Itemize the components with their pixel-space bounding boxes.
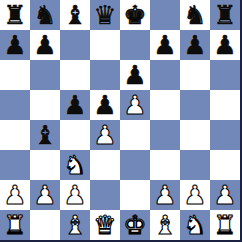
- square-b3[interactable]: [30, 150, 60, 180]
- piece-white-bishop[interactable]: ♝: [153, 210, 176, 240]
- square-d7[interactable]: [90, 30, 120, 60]
- piece-black-king[interactable]: ♚: [123, 0, 146, 30]
- square-e5[interactable]: ♟: [120, 90, 150, 120]
- square-c3[interactable]: ♞: [60, 150, 90, 180]
- piece-white-rook[interactable]: ♜: [213, 210, 236, 240]
- square-e4[interactable]: [120, 120, 150, 150]
- square-a3[interactable]: [0, 150, 30, 180]
- square-a8[interactable]: ♜: [0, 0, 30, 30]
- piece-white-pawn[interactable]: ♟: [33, 180, 56, 210]
- square-d4[interactable]: ♟: [90, 120, 120, 150]
- square-d2[interactable]: [90, 180, 120, 210]
- chess-board[interactable]: ♜♞♝♛♚♞♜♟♟♟♟♟♟♟♟♟♝♟♞♟♟♟♟♟♟♜♝♛♚♝♞♜: [0, 0, 242, 242]
- square-f1[interactable]: ♝: [150, 210, 180, 240]
- square-d3[interactable]: [90, 150, 120, 180]
- piece-black-rook[interactable]: ♜: [3, 0, 26, 30]
- piece-white-queen[interactable]: ♛: [93, 210, 116, 240]
- square-a1[interactable]: ♜: [0, 210, 30, 240]
- piece-black-knight[interactable]: ♞: [183, 0, 206, 30]
- square-d5[interactable]: ♟: [90, 90, 120, 120]
- square-f8[interactable]: [150, 0, 180, 30]
- piece-white-knight[interactable]: ♞: [63, 150, 86, 180]
- piece-white-pawn[interactable]: ♟: [63, 180, 86, 210]
- square-e3[interactable]: [120, 150, 150, 180]
- square-b8[interactable]: ♞: [30, 0, 60, 30]
- piece-white-knight[interactable]: ♞: [183, 210, 206, 240]
- piece-black-queen[interactable]: ♛: [93, 0, 116, 30]
- square-g4[interactable]: [180, 120, 210, 150]
- square-f3[interactable]: [150, 150, 180, 180]
- square-g8[interactable]: ♞: [180, 0, 210, 30]
- square-f7[interactable]: ♟: [150, 30, 180, 60]
- square-c2[interactable]: ♟: [60, 180, 90, 210]
- square-b2[interactable]: ♟: [30, 180, 60, 210]
- square-g6[interactable]: [180, 60, 210, 90]
- piece-white-pawn[interactable]: ♟: [93, 120, 116, 150]
- square-c8[interactable]: ♝: [60, 0, 90, 30]
- piece-white-rook[interactable]: ♜: [3, 210, 26, 240]
- square-h5[interactable]: [210, 90, 240, 120]
- square-h6[interactable]: [210, 60, 240, 90]
- piece-white-pawn[interactable]: ♟: [213, 180, 236, 210]
- square-a7[interactable]: ♟: [0, 30, 30, 60]
- square-b4[interactable]: ♝: [30, 120, 60, 150]
- square-h4[interactable]: [210, 120, 240, 150]
- square-g7[interactable]: ♟: [180, 30, 210, 60]
- square-h1[interactable]: ♜: [210, 210, 240, 240]
- square-g1[interactable]: ♞: [180, 210, 210, 240]
- square-b1[interactable]: [30, 210, 60, 240]
- square-c5[interactable]: ♟: [60, 90, 90, 120]
- square-g2[interactable]: ♟: [180, 180, 210, 210]
- piece-black-pawn[interactable]: ♟: [33, 30, 56, 60]
- square-a4[interactable]: [0, 120, 30, 150]
- square-b7[interactable]: ♟: [30, 30, 60, 60]
- square-f6[interactable]: [150, 60, 180, 90]
- square-d8[interactable]: ♛: [90, 0, 120, 30]
- piece-black-knight[interactable]: ♞: [33, 0, 56, 30]
- square-e7[interactable]: [120, 30, 150, 60]
- square-c6[interactable]: [60, 60, 90, 90]
- square-c4[interactable]: [60, 120, 90, 150]
- square-f5[interactable]: [150, 90, 180, 120]
- piece-black-pawn[interactable]: ♟: [123, 60, 146, 90]
- square-a2[interactable]: ♟: [0, 180, 30, 210]
- piece-white-pawn[interactable]: ♟: [3, 180, 26, 210]
- piece-black-pawn[interactable]: ♟: [63, 90, 86, 120]
- square-b5[interactable]: [30, 90, 60, 120]
- square-e8[interactable]: ♚: [120, 0, 150, 30]
- square-e1[interactable]: ♚: [120, 210, 150, 240]
- square-c1[interactable]: ♝: [60, 210, 90, 240]
- piece-black-bishop[interactable]: ♝: [63, 0, 86, 30]
- square-b6[interactable]: [30, 60, 60, 90]
- square-g3[interactable]: [180, 150, 210, 180]
- piece-black-pawn[interactable]: ♟: [183, 30, 206, 60]
- piece-black-pawn[interactable]: ♟: [3, 30, 26, 60]
- piece-white-king[interactable]: ♚: [123, 210, 146, 240]
- square-d6[interactable]: [90, 60, 120, 90]
- square-a5[interactable]: [0, 90, 30, 120]
- square-d1[interactable]: ♛: [90, 210, 120, 240]
- square-e6[interactable]: ♟: [120, 60, 150, 90]
- piece-white-bishop[interactable]: ♝: [63, 210, 86, 240]
- square-g5[interactable]: [180, 90, 210, 120]
- square-e2[interactable]: [120, 180, 150, 210]
- piece-black-bishop[interactable]: ♝: [33, 120, 56, 150]
- square-a6[interactable]: [0, 60, 30, 90]
- square-h7[interactable]: ♟: [210, 30, 240, 60]
- piece-black-rook[interactable]: ♜: [213, 0, 236, 30]
- square-f4[interactable]: [150, 120, 180, 150]
- square-h3[interactable]: [210, 150, 240, 180]
- piece-white-pawn[interactable]: ♟: [123, 90, 146, 120]
- square-f2[interactable]: ♟: [150, 180, 180, 210]
- piece-black-pawn[interactable]: ♟: [213, 30, 236, 60]
- piece-white-pawn[interactable]: ♟: [183, 180, 206, 210]
- square-h8[interactable]: ♜: [210, 0, 240, 30]
- square-h2[interactable]: ♟: [210, 180, 240, 210]
- piece-black-pawn[interactable]: ♟: [93, 90, 116, 120]
- piece-white-pawn[interactable]: ♟: [153, 180, 176, 210]
- square-c7[interactable]: [60, 30, 90, 60]
- piece-black-pawn[interactable]: ♟: [153, 30, 176, 60]
